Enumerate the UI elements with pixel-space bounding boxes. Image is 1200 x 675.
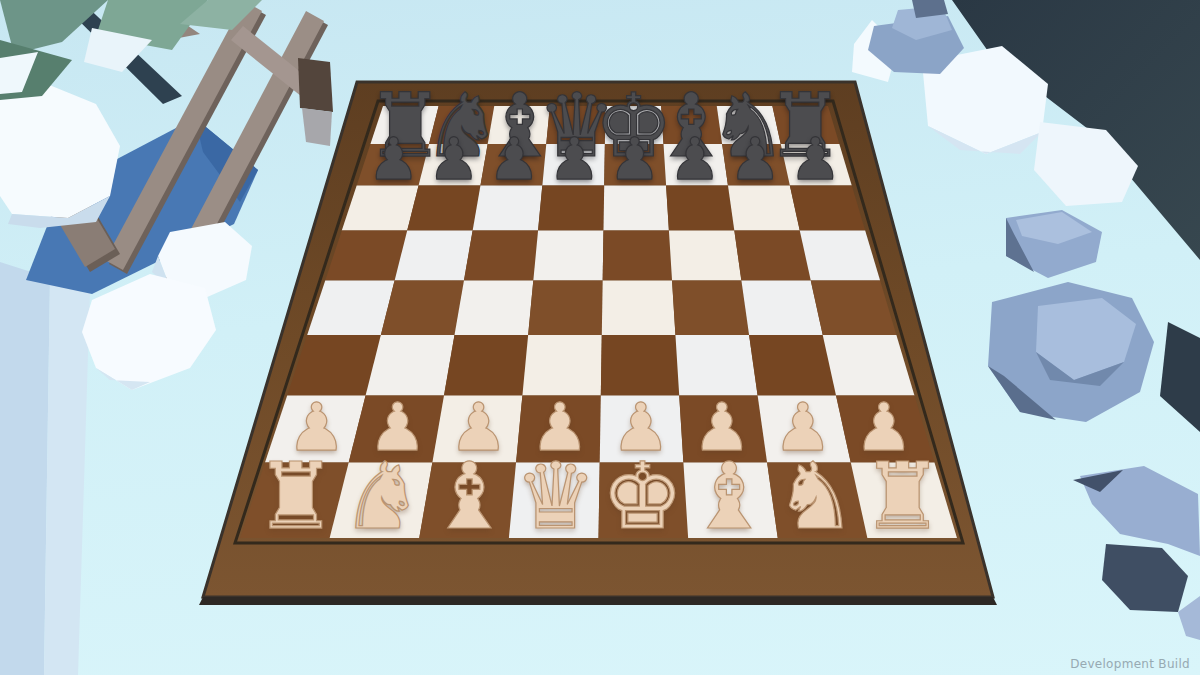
black-pawn-c7[interactable]: ♟ [488, 130, 540, 188]
white-queen-d1[interactable]: ♛ [515, 451, 597, 543]
black-pawn-a7[interactable]: ♟ [368, 130, 420, 188]
development-build-watermark: Development Build [1070, 657, 1190, 671]
white-bishop-f1[interactable]: ♝ [688, 451, 770, 543]
black-pawn-e7[interactable]: ♟ [609, 130, 661, 188]
pieces-layer: ♜♞♝♛♚♝♞♜♟♟♟♟♟♟♟♟♟♟♟♟♟♟♟♟♜♞♝♛♚♝♞♜ [0, 0, 1200, 675]
black-pawn-g7[interactable]: ♟ [729, 130, 781, 188]
white-king-e1[interactable]: ♚ [601, 451, 683, 543]
white-knight-b1[interactable]: ♞ [341, 451, 423, 543]
white-rook-a1[interactable]: ♜ [255, 451, 337, 543]
black-pawn-d7[interactable]: ♟ [548, 130, 600, 188]
black-pawn-b7[interactable]: ♟ [428, 130, 480, 188]
game-viewport: ♜♞♝♛♚♝♞♜♟♟♟♟♟♟♟♟♟♟♟♟♟♟♟♟♜♞♝♛♚♝♞♜ Develop… [0, 0, 1200, 675]
white-rook-h1[interactable]: ♜ [861, 451, 943, 543]
white-bishop-c1[interactable]: ♝ [428, 451, 510, 543]
black-pawn-h7[interactable]: ♟ [789, 130, 841, 188]
black-pawn-f7[interactable]: ♟ [669, 130, 721, 188]
white-knight-g1[interactable]: ♞ [774, 451, 856, 543]
